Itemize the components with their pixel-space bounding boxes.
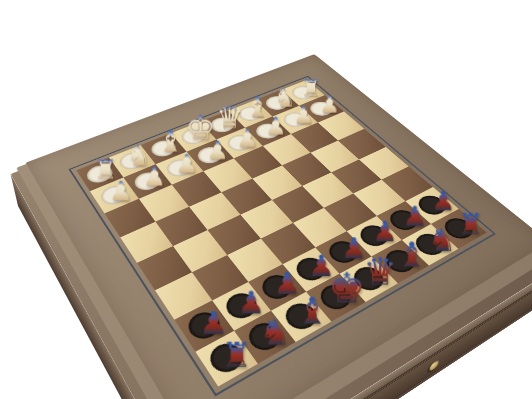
white-pawn[interactable]: ♟ <box>200 138 235 163</box>
drawer-knob[interactable] <box>428 359 439 373</box>
black-rook[interactable]: ♜ <box>213 338 259 372</box>
square-g3[interactable] <box>139 185 189 222</box>
perspective-stage: ♜♞♝♚♛♝♞♜♟♟♟♟♟♟♟♟♟♟♟♟♟♟♟♟♜♞♝♚♛♝♞♜ <box>0 0 532 399</box>
chess-set-photo: ♜♞♝♚♛♝♞♜♟♟♟♟♟♟♟♟♟♟♟♟♟♟♟♟♜♞♝♚♛♝♞♜ <box>0 0 532 399</box>
white-pawn[interactable]: ♟ <box>136 164 172 190</box>
white-pawn[interactable]: ♟ <box>102 178 139 205</box>
chess-case: ♜♞♝♚♛♝♞♜♟♟♟♟♟♟♟♟♟♟♟♟♟♟♟♟♜♞♝♚♛♝♞♜ <box>26 54 532 399</box>
square-h2[interactable]: ♟ <box>90 177 139 213</box>
white-pawn[interactable]: ♟ <box>230 126 264 150</box>
white-pawn[interactable]: ♟ <box>169 151 205 176</box>
